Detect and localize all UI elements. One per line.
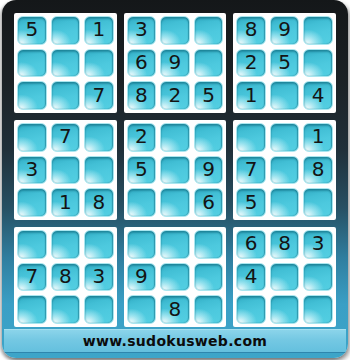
cell-r1c4[interactable]: 3: [127, 16, 157, 45]
given-digit: 2: [169, 85, 182, 105]
cell-r2c6[interactable]: [194, 49, 224, 78]
cell-r7c3[interactable]: [84, 230, 114, 259]
cell-r1c1[interactable]: 5: [17, 16, 47, 45]
cell-r8c8[interactable]: [270, 263, 300, 292]
sudoku-board: 517369825892514731825961785783986834: [14, 13, 336, 327]
given-digit: 5: [202, 85, 215, 105]
cell-r1c6[interactable]: [194, 16, 224, 45]
sudoku-box-5: 2596: [124, 120, 227, 220]
cell-r9c8[interactable]: [270, 295, 300, 324]
sudoku-box-2: 369825: [124, 13, 227, 113]
cell-r8c5[interactable]: [160, 263, 190, 292]
cell-r3c2[interactable]: [51, 81, 81, 110]
cell-r2c7[interactable]: 2: [236, 49, 266, 78]
given-digit: 1: [59, 192, 72, 212]
cell-r7c4[interactable]: [127, 230, 157, 259]
cell-r3c7[interactable]: 1: [236, 81, 266, 110]
given-digit: 3: [135, 19, 148, 39]
sudoku-box-9: 6834: [233, 227, 336, 327]
cell-r6c2[interactable]: 1: [51, 188, 81, 217]
cell-r6c5[interactable]: [160, 188, 190, 217]
cell-r7c7[interactable]: 6: [236, 230, 266, 259]
cell-r1c5[interactable]: [160, 16, 190, 45]
cell-r2c3[interactable]: [84, 49, 114, 78]
cell-r5c5[interactable]: [160, 156, 190, 185]
cell-r2c8[interactable]: 5: [270, 49, 300, 78]
given-digit: 7: [59, 126, 72, 146]
given-digit: 9: [202, 159, 215, 179]
cell-r3c3[interactable]: 7: [84, 81, 114, 110]
given-digit: 3: [312, 233, 325, 253]
given-digit: 7: [93, 85, 106, 105]
cell-r9c4[interactable]: [127, 295, 157, 324]
cell-r2c9[interactable]: [303, 49, 333, 78]
cell-r7c9[interactable]: 3: [303, 230, 333, 259]
cell-r4c6[interactable]: [194, 123, 224, 152]
cell-r8c3[interactable]: 3: [84, 263, 114, 292]
given-digit: 8: [169, 299, 182, 319]
given-digit: 6: [202, 192, 215, 212]
given-digit: 1: [93, 19, 106, 39]
given-digit: 5: [245, 192, 258, 212]
footer-url: www.sudokusweb.com: [83, 333, 267, 349]
given-digit: 7: [245, 159, 258, 179]
cell-r9c3[interactable]: [84, 295, 114, 324]
given-digit: 6: [135, 52, 148, 72]
cell-r2c4[interactable]: 6: [127, 49, 157, 78]
cell-r6c1[interactable]: [17, 188, 47, 217]
footer-bar: www.sudokusweb.com: [4, 329, 346, 353]
cell-r6c8[interactable]: [270, 188, 300, 217]
given-digit: 5: [135, 159, 148, 179]
cell-r8c9[interactable]: [303, 263, 333, 292]
cell-r8c1[interactable]: 7: [17, 263, 47, 292]
cell-r4c5[interactable]: [160, 123, 190, 152]
cell-r1c7[interactable]: 8: [236, 16, 266, 45]
given-digit: 1: [245, 85, 258, 105]
given-digit: 2: [135, 126, 148, 146]
cell-r6c9[interactable]: [303, 188, 333, 217]
given-digit: 1: [312, 126, 325, 146]
cell-r4c4[interactable]: 2: [127, 123, 157, 152]
cell-r6c6[interactable]: 6: [194, 188, 224, 217]
given-digit: 6: [245, 233, 258, 253]
cell-r4c7[interactable]: [236, 123, 266, 152]
given-digit: 8: [312, 159, 325, 179]
cell-r7c2[interactable]: [51, 230, 81, 259]
cell-r6c7[interactable]: 5: [236, 188, 266, 217]
cell-r5c8[interactable]: [270, 156, 300, 185]
given-digit: 5: [278, 52, 291, 72]
given-digit: 9: [169, 52, 182, 72]
cell-r6c4[interactable]: [127, 188, 157, 217]
cell-r7c1[interactable]: [17, 230, 47, 259]
cell-r5c1[interactable]: 3: [17, 156, 47, 185]
cell-r9c7[interactable]: [236, 295, 266, 324]
cell-r2c2[interactable]: [51, 49, 81, 78]
given-digit: 8: [245, 19, 258, 39]
cell-r9c6[interactable]: [194, 295, 224, 324]
cell-r3c1[interactable]: [17, 81, 47, 110]
cell-r1c2[interactable]: [51, 16, 81, 45]
cell-r3c9[interactable]: 4: [303, 81, 333, 110]
cell-r5c9[interactable]: 8: [303, 156, 333, 185]
given-digit: 5: [25, 19, 38, 39]
cell-r4c1[interactable]: [17, 123, 47, 152]
cell-r8c7[interactable]: 4: [236, 263, 266, 292]
cell-r9c2[interactable]: [51, 295, 81, 324]
cell-r4c8[interactable]: [270, 123, 300, 152]
cell-r5c7[interactable]: 7: [236, 156, 266, 185]
sudoku-box-3: 892514: [233, 13, 336, 113]
cell-r5c3[interactable]: [84, 156, 114, 185]
cell-r1c9[interactable]: [303, 16, 333, 45]
cell-r8c4[interactable]: 9: [127, 263, 157, 292]
given-digit: 4: [312, 85, 325, 105]
given-digit: 8: [278, 233, 291, 253]
cell-r2c5[interactable]: 9: [160, 49, 190, 78]
cell-r3c4[interactable]: 8: [127, 81, 157, 110]
cell-r7c8[interactable]: 8: [270, 230, 300, 259]
given-digit: 7: [25, 266, 38, 286]
given-digit: 8: [135, 85, 148, 105]
cell-r9c9[interactable]: [303, 295, 333, 324]
cell-r8c2[interactable]: 8: [51, 263, 81, 292]
cell-r4c9[interactable]: 1: [303, 123, 333, 152]
cell-r4c3[interactable]: [84, 123, 114, 152]
cell-r5c4[interactable]: 5: [127, 156, 157, 185]
cell-r2c1[interactable]: [17, 49, 47, 78]
given-digit: 3: [25, 159, 38, 179]
cell-r7c5[interactable]: [160, 230, 190, 259]
sudoku-box-1: 517: [14, 13, 117, 113]
cell-r8c6[interactable]: [194, 263, 224, 292]
sudoku-box-4: 7318: [14, 120, 117, 220]
cell-r7c6[interactable]: [194, 230, 224, 259]
cell-r3c8[interactable]: [270, 81, 300, 110]
cell-r1c8[interactable]: 9: [270, 16, 300, 45]
cell-r9c5[interactable]: 8: [160, 295, 190, 324]
cell-r6c3[interactable]: 8: [84, 188, 114, 217]
sudoku-widget: 517369825892514731825961785783986834 www…: [0, 0, 350, 360]
sudoku-box-7: 783: [14, 227, 117, 327]
cell-r5c2[interactable]: [51, 156, 81, 185]
sudoku-box-6: 1785: [233, 120, 336, 220]
cell-r3c5[interactable]: 2: [160, 81, 190, 110]
cell-r5c6[interactable]: 9: [194, 156, 224, 185]
given-digit: 8: [59, 266, 72, 286]
cell-r4c2[interactable]: 7: [51, 123, 81, 152]
sudoku-box-8: 98: [124, 227, 227, 327]
sudoku-frame: 517369825892514731825961785783986834 www…: [2, 0, 348, 358]
given-digit: 4: [245, 266, 258, 286]
cell-r9c1[interactable]: [17, 295, 47, 324]
given-digit: 9: [278, 19, 291, 39]
given-digit: 9: [135, 266, 148, 286]
cell-r1c3[interactable]: 1: [84, 16, 114, 45]
given-digit: 3: [93, 266, 106, 286]
given-digit: 2: [245, 52, 258, 72]
cell-r3c6[interactable]: 5: [194, 81, 224, 110]
given-digit: 8: [93, 192, 106, 212]
